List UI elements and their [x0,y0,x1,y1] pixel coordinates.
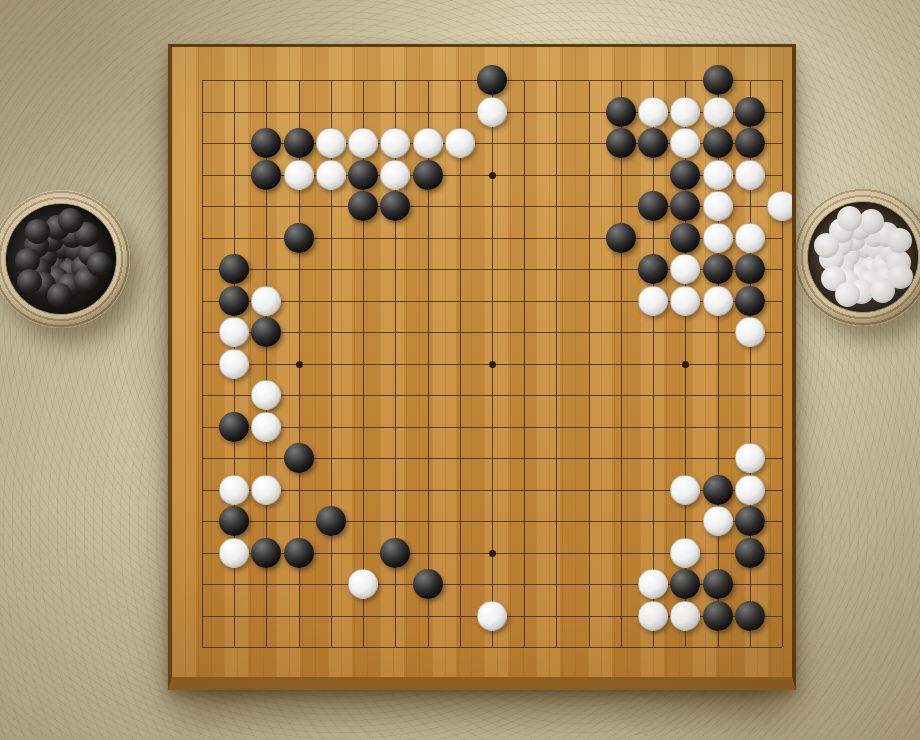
white-stone[interactable]: ● [735,223,765,253]
black-stone[interactable]: ● [477,65,507,95]
white-bowl-stone [887,228,912,253]
white-stone[interactable]: ● [251,412,281,442]
white-stone[interactable]: ● [219,538,249,568]
white-stone[interactable]: ● [703,97,733,127]
white-stone[interactable]: ● [219,317,249,347]
white-stone[interactable]: ● [380,160,410,190]
grid-line-horizontal [202,395,782,396]
black-stone[interactable]: ● [606,97,636,127]
hoshi-point [489,172,496,179]
black-stone[interactable]: ● [219,506,249,536]
black-bowl-stone [25,219,50,244]
white-stone[interactable]: ● [219,349,249,379]
black-stone[interactable]: ● [413,160,443,190]
white-stone[interactable]: ● [348,128,378,158]
white-stone[interactable]: ● [251,475,281,505]
white-stone[interactable]: ● [638,97,668,127]
white-stone[interactable]: ● [735,475,765,505]
black-stone[interactable]: ● [284,128,314,158]
white-bowl-stone [888,264,913,289]
white-bowl-stone [859,209,884,234]
black-stone[interactable]: ● [735,538,765,568]
black-stone[interactable]: ● [735,286,765,316]
black-stone-bowl [0,190,130,328]
hoshi-point [682,361,689,368]
black-stone[interactable]: ● [348,160,378,190]
black-stone[interactable]: ● [316,506,346,536]
white-stone[interactable]: ● [638,601,668,631]
grid-line-vertical [782,80,783,647]
white-stone[interactable]: ● [284,160,314,190]
white-stone-bowl [794,188,920,326]
black-stone[interactable]: ● [219,412,249,442]
white-stone[interactable]: ● [251,380,281,410]
white-stone[interactable]: ● [670,286,700,316]
hoshi-point [489,550,496,557]
table-surface: ●●●●●●●●●●●●●●●●●●●●●●●●●●●●●●●●●●●●●●●●… [0,0,920,740]
white-stone[interactable]: ● [380,128,410,158]
black-stone[interactable]: ● [735,128,765,158]
black-stone[interactable]: ● [251,160,281,190]
white-stone[interactable]: ● [219,475,249,505]
black-stone[interactable]: ● [606,223,636,253]
white-stone[interactable]: ● [703,160,733,190]
white-stone[interactable]: ● [348,569,378,599]
black-stone-bowl-cavity [6,204,116,314]
black-stone[interactable]: ● [670,160,700,190]
white-stone[interactable]: ● [703,286,733,316]
white-stone[interactable]: ● [735,160,765,190]
black-stone[interactable]: ● [380,538,410,568]
grid-line-horizontal [202,521,782,522]
black-stone[interactable]: ● [638,254,668,284]
black-stone[interactable]: ● [703,601,733,631]
white-stone[interactable]: ● [316,160,346,190]
black-stone[interactable]: ● [703,128,733,158]
white-stone[interactable]: ● [670,97,700,127]
white-stone[interactable]: ● [638,286,668,316]
black-stone[interactable]: ● [735,506,765,536]
grid-line-horizontal [202,647,782,648]
grid-line-vertical [589,80,590,647]
white-stone[interactable]: ● [767,191,796,221]
white-stone[interactable]: ● [251,286,281,316]
white-stone[interactable]: ● [445,128,475,158]
black-stone[interactable]: ● [251,538,281,568]
white-stone[interactable]: ● [413,128,443,158]
white-stone[interactable]: ● [316,128,346,158]
white-stone[interactable]: ● [670,254,700,284]
black-bowl-stone [58,208,83,233]
black-stone[interactable]: ● [670,569,700,599]
white-stone[interactable]: ● [670,128,700,158]
white-stone[interactable]: ● [477,97,507,127]
black-stone[interactable]: ● [638,128,668,158]
white-stone[interactable]: ● [735,317,765,347]
black-stone[interactable]: ● [413,569,443,599]
black-bowl-stone [87,252,112,277]
white-stone[interactable]: ● [735,443,765,473]
black-bowl-stone [47,283,72,308]
black-stone[interactable]: ● [703,254,733,284]
white-stone[interactable]: ● [477,601,507,631]
black-stone[interactable]: ● [703,475,733,505]
white-stone[interactable]: ● [703,506,733,536]
black-stone[interactable]: ● [638,191,668,221]
black-stone[interactable]: ● [284,538,314,568]
hoshi-point [489,361,496,368]
black-stone[interactable]: ● [735,254,765,284]
black-stone[interactable]: ● [703,569,733,599]
grid-line-vertical [653,80,654,647]
black-stone[interactable]: ● [606,128,636,158]
black-stone[interactable]: ● [703,65,733,95]
go-board[interactable]: ●●●●●●●●●●●●●●●●●●●●●●●●●●●●●●●●●●●●●●●●… [168,44,796,690]
grid-line-vertical [524,80,525,647]
white-stone[interactable]: ● [703,223,733,253]
black-stone[interactable]: ● [348,191,378,221]
grid-line-vertical [621,80,622,647]
hoshi-point [296,361,303,368]
black-stone[interactable]: ● [251,128,281,158]
white-stone[interactable]: ● [670,538,700,568]
black-stone[interactable]: ● [735,97,765,127]
black-stone[interactable]: ● [284,223,314,253]
white-stone[interactable]: ● [703,191,733,221]
black-stone[interactable]: ● [251,317,281,347]
white-stone[interactable]: ● [670,601,700,631]
black-stone[interactable]: ● [219,286,249,316]
grid-line-horizontal [202,427,782,428]
black-stone[interactable]: ● [380,191,410,221]
white-stone-bowl-cavity [808,202,918,312]
black-stone[interactable]: ● [670,223,700,253]
black-stone[interactable]: ● [670,191,700,221]
grid-line-vertical [556,80,557,647]
black-stone[interactable]: ● [735,601,765,631]
white-stone[interactable]: ● [670,475,700,505]
black-stone[interactable]: ● [284,443,314,473]
black-stone[interactable]: ● [219,254,249,284]
white-stone[interactable]: ● [638,569,668,599]
